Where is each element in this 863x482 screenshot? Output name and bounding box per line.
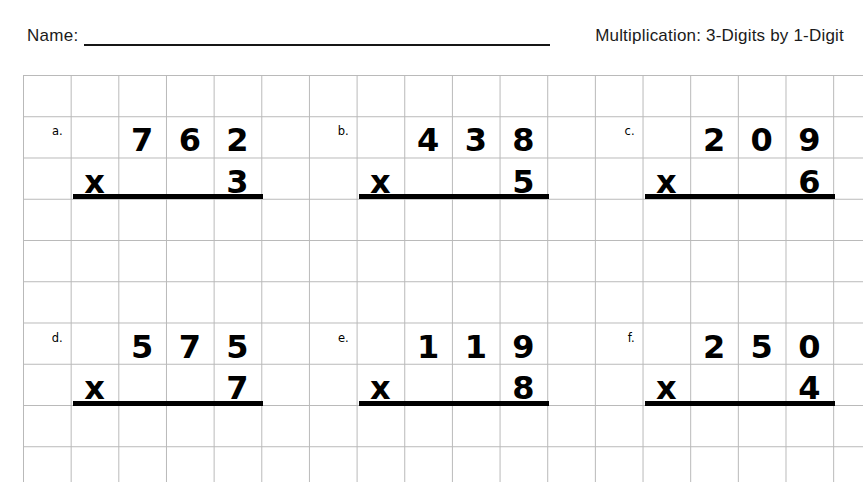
digit-cell: 4 (404, 116, 452, 157)
multiply-sign: x (71, 364, 119, 405)
digit-cell: 0 (738, 116, 786, 157)
digit-cell: 9 (500, 323, 548, 364)
digit-cell: 2 (690, 323, 738, 364)
name-label: Name: (27, 26, 79, 46)
multiply-sign: x (357, 158, 405, 199)
multiply-sign: x (643, 364, 691, 405)
digit-cell: 9 (786, 116, 834, 157)
worksheet-title: Multiplication: 3-Digits by 1-Digit (595, 26, 844, 46)
graph-paper-grid: a.762b.438c.209x3x5x6d.575e.119f.250x7x8… (23, 75, 863, 482)
problem-label: f. (595, 323, 643, 364)
digit-cell: 7 (166, 323, 214, 364)
multiply-sign: x (643, 158, 691, 199)
answer-underline (73, 194, 264, 199)
problem-label: b. (309, 116, 357, 157)
digit-cell: 3 (452, 116, 500, 157)
worksheet-page: Name: Multiplication: 3-Digits by 1-Digi… (0, 0, 863, 482)
digit-cell: 1 (452, 323, 500, 364)
digit-cell: 4 (786, 364, 834, 405)
digit-cell: 6 (786, 158, 834, 199)
name-blank-line[interactable] (84, 24, 550, 46)
answer-underline (359, 194, 550, 199)
digit-cell: 2 (214, 116, 262, 157)
answer-underline (645, 401, 836, 406)
multiply-sign: x (357, 364, 405, 405)
digit-cell: 5 (738, 323, 786, 364)
digit-cell: 8 (500, 364, 548, 405)
digit-cell: 7 (214, 364, 262, 405)
problem-label: a. (23, 116, 71, 157)
digit-cell: 5 (214, 323, 262, 364)
answer-underline (73, 401, 264, 406)
answer-underline (359, 401, 550, 406)
digit-cell: 0 (786, 323, 834, 364)
multiply-sign: x (71, 158, 119, 199)
problem-label: c. (595, 116, 643, 157)
digit-cell: 5 (118, 323, 166, 364)
digit-cell: 2 (690, 116, 738, 157)
digit-cell: 8 (500, 116, 548, 157)
digit-cell: 5 (500, 158, 548, 199)
problem-label: d. (23, 323, 71, 364)
digit-cell: 7 (118, 116, 166, 157)
answer-underline (645, 194, 836, 199)
problem-label: e. (309, 323, 357, 364)
digit-cell: 3 (214, 158, 262, 199)
digit-cell: 1 (404, 323, 452, 364)
digit-cell: 6 (166, 116, 214, 157)
